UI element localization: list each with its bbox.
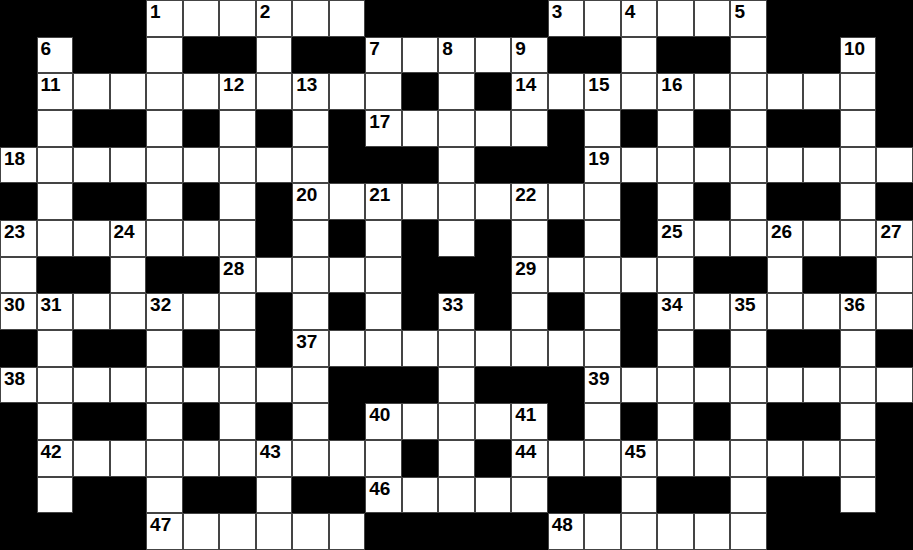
white-cell[interactable] bbox=[730, 440, 767, 477]
white-cell[interactable] bbox=[475, 330, 512, 367]
white-cell[interactable] bbox=[584, 330, 621, 367]
black-cell bbox=[876, 110, 913, 147]
white-cell[interactable] bbox=[475, 183, 512, 220]
white-cell[interactable] bbox=[73, 440, 110, 477]
white-cell[interactable]: 38 bbox=[0, 367, 37, 404]
white-cell[interactable]: 27 bbox=[876, 220, 913, 257]
white-cell[interactable] bbox=[219, 367, 256, 404]
white-cell[interactable] bbox=[438, 477, 475, 514]
black-cell bbox=[365, 513, 402, 550]
white-cell[interactable] bbox=[767, 147, 804, 184]
white-cell[interactable] bbox=[511, 330, 548, 367]
white-cell[interactable] bbox=[365, 440, 402, 477]
white-cell[interactable]: 6 bbox=[37, 37, 74, 74]
white-cell[interactable] bbox=[146, 147, 183, 184]
black-cell bbox=[621, 183, 658, 220]
white-cell[interactable] bbox=[730, 110, 767, 147]
white-cell[interactable]: 22 bbox=[511, 183, 548, 220]
white-cell[interactable]: 1 bbox=[146, 0, 183, 37]
white-cell[interactable] bbox=[219, 110, 256, 147]
white-cell[interactable]: 20 bbox=[292, 183, 329, 220]
black-cell bbox=[803, 183, 840, 220]
white-cell[interactable] bbox=[657, 513, 694, 550]
white-cell[interactable] bbox=[438, 330, 475, 367]
white-cell[interactable]: 11 bbox=[37, 73, 74, 110]
white-cell[interactable] bbox=[730, 330, 767, 367]
white-cell[interactable] bbox=[657, 440, 694, 477]
white-cell[interactable] bbox=[803, 367, 840, 404]
white-cell[interactable] bbox=[767, 257, 804, 294]
white-cell[interactable] bbox=[183, 440, 220, 477]
white-cell[interactable]: 15 bbox=[584, 73, 621, 110]
black-cell bbox=[110, 0, 147, 37]
white-cell[interactable] bbox=[548, 73, 585, 110]
white-cell[interactable] bbox=[730, 403, 767, 440]
clue-number: 7 bbox=[369, 39, 380, 58]
white-cell[interactable] bbox=[840, 110, 877, 147]
white-cell[interactable] bbox=[584, 293, 621, 330]
clue-number: 43 bbox=[260, 442, 281, 461]
white-cell[interactable] bbox=[803, 73, 840, 110]
white-cell[interactable] bbox=[840, 477, 877, 514]
clue-number: 5 bbox=[734, 2, 745, 21]
white-cell[interactable] bbox=[183, 220, 220, 257]
clue-number: 26 bbox=[771, 222, 792, 241]
white-cell[interactable]: 30 bbox=[0, 293, 37, 330]
white-cell[interactable] bbox=[803, 147, 840, 184]
white-cell[interactable]: 43 bbox=[256, 440, 293, 477]
black-cell bbox=[803, 513, 840, 550]
white-cell[interactable] bbox=[584, 440, 621, 477]
black-cell bbox=[803, 477, 840, 514]
white-cell[interactable] bbox=[767, 73, 804, 110]
white-cell[interactable] bbox=[584, 513, 621, 550]
white-cell[interactable] bbox=[548, 440, 585, 477]
white-cell[interactable] bbox=[621, 257, 658, 294]
white-cell[interactable] bbox=[730, 73, 767, 110]
white-cell[interactable] bbox=[730, 220, 767, 257]
white-cell[interactable] bbox=[402, 477, 439, 514]
white-cell[interactable] bbox=[584, 0, 621, 37]
black-cell bbox=[876, 73, 913, 110]
black-cell bbox=[803, 330, 840, 367]
white-cell[interactable] bbox=[256, 37, 293, 74]
white-cell[interactable] bbox=[183, 513, 220, 550]
black-cell bbox=[657, 477, 694, 514]
white-cell[interactable] bbox=[219, 513, 256, 550]
white-cell[interactable] bbox=[219, 330, 256, 367]
white-cell[interactable] bbox=[219, 0, 256, 37]
white-cell[interactable] bbox=[876, 293, 913, 330]
white-cell[interactable] bbox=[438, 73, 475, 110]
white-cell[interactable]: 18 bbox=[0, 147, 37, 184]
white-cell[interactable]: 17 bbox=[365, 110, 402, 147]
white-cell[interactable] bbox=[256, 513, 293, 550]
black-cell bbox=[37, 257, 74, 294]
white-cell[interactable] bbox=[840, 147, 877, 184]
black-cell bbox=[876, 513, 913, 550]
white-cell[interactable]: 3 bbox=[548, 0, 585, 37]
black-cell bbox=[110, 37, 147, 74]
white-cell[interactable] bbox=[657, 257, 694, 294]
black-cell bbox=[73, 183, 110, 220]
white-cell[interactable] bbox=[621, 477, 658, 514]
white-cell[interactable]: 41 bbox=[511, 403, 548, 440]
white-cell[interactable] bbox=[402, 37, 439, 74]
white-cell[interactable]: 44 bbox=[511, 440, 548, 477]
white-cell[interactable] bbox=[584, 110, 621, 147]
white-cell[interactable] bbox=[511, 293, 548, 330]
white-cell[interactable]: 5 bbox=[730, 0, 767, 37]
white-cell[interactable] bbox=[657, 110, 694, 147]
black-cell bbox=[475, 367, 512, 404]
white-cell[interactable] bbox=[730, 37, 767, 74]
black-cell bbox=[110, 403, 147, 440]
white-cell[interactable] bbox=[146, 477, 183, 514]
white-cell[interactable] bbox=[876, 257, 913, 294]
white-cell[interactable] bbox=[37, 110, 74, 147]
white-cell[interactable] bbox=[840, 73, 877, 110]
white-cell[interactable]: 19 bbox=[584, 147, 621, 184]
white-cell[interactable] bbox=[621, 37, 658, 74]
black-cell bbox=[183, 183, 220, 220]
clue-number: 25 bbox=[661, 222, 682, 241]
white-cell[interactable]: 8 bbox=[438, 37, 475, 74]
white-cell[interactable] bbox=[292, 403, 329, 440]
clue-number: 12 bbox=[223, 75, 244, 94]
white-cell[interactable] bbox=[657, 183, 694, 220]
white-cell[interactable] bbox=[840, 183, 877, 220]
white-cell[interactable] bbox=[840, 220, 877, 257]
black-cell bbox=[329, 110, 366, 147]
black-cell bbox=[767, 110, 804, 147]
white-cell[interactable] bbox=[365, 293, 402, 330]
white-cell[interactable] bbox=[438, 403, 475, 440]
white-cell[interactable]: 45 bbox=[621, 440, 658, 477]
white-cell[interactable]: 33 bbox=[438, 293, 475, 330]
clue-number: 24 bbox=[114, 222, 135, 241]
white-cell[interactable] bbox=[256, 73, 293, 110]
white-cell[interactable] bbox=[365, 220, 402, 257]
white-cell[interactable] bbox=[0, 257, 37, 294]
white-cell[interactable]: 26 bbox=[767, 220, 804, 257]
black-cell bbox=[876, 477, 913, 514]
clue-number: 45 bbox=[625, 442, 646, 461]
white-cell[interactable] bbox=[475, 110, 512, 147]
white-cell[interactable] bbox=[876, 147, 913, 184]
white-cell[interactable] bbox=[876, 367, 913, 404]
white-cell[interactable] bbox=[37, 367, 74, 404]
white-cell[interactable]: 13 bbox=[292, 73, 329, 110]
white-cell[interactable] bbox=[767, 293, 804, 330]
white-cell[interactable] bbox=[584, 220, 621, 257]
white-cell[interactable] bbox=[292, 440, 329, 477]
white-cell[interactable] bbox=[183, 293, 220, 330]
white-cell[interactable] bbox=[475, 403, 512, 440]
white-cell[interactable] bbox=[657, 330, 694, 367]
white-cell[interactable] bbox=[402, 403, 439, 440]
black-cell bbox=[840, 257, 877, 294]
white-cell[interactable]: 47 bbox=[146, 513, 183, 550]
black-cell bbox=[256, 403, 293, 440]
white-cell[interactable] bbox=[73, 73, 110, 110]
white-cell[interactable] bbox=[110, 73, 147, 110]
black-cell bbox=[73, 403, 110, 440]
white-cell[interactable] bbox=[146, 403, 183, 440]
white-cell[interactable] bbox=[292, 0, 329, 37]
white-cell[interactable]: 12 bbox=[219, 73, 256, 110]
white-cell[interactable] bbox=[694, 293, 731, 330]
white-cell[interactable] bbox=[292, 110, 329, 147]
white-cell[interactable] bbox=[511, 477, 548, 514]
white-cell[interactable] bbox=[292, 220, 329, 257]
clue-number: 23 bbox=[4, 222, 25, 241]
white-cell[interactable] bbox=[73, 293, 110, 330]
white-cell[interactable] bbox=[146, 110, 183, 147]
white-cell[interactable]: 48 bbox=[548, 513, 585, 550]
black-cell bbox=[0, 513, 37, 550]
white-cell[interactable]: 37 bbox=[292, 330, 329, 367]
white-cell[interactable] bbox=[438, 440, 475, 477]
white-cell[interactable] bbox=[146, 440, 183, 477]
white-cell[interactable] bbox=[329, 513, 366, 550]
white-cell[interactable] bbox=[584, 403, 621, 440]
white-cell[interactable] bbox=[621, 147, 658, 184]
white-cell[interactable] bbox=[292, 257, 329, 294]
white-cell[interactable]: 14 bbox=[511, 73, 548, 110]
white-cell[interactable] bbox=[694, 0, 731, 37]
white-cell[interactable] bbox=[840, 440, 877, 477]
white-cell[interactable] bbox=[730, 477, 767, 514]
black-cell bbox=[0, 477, 37, 514]
white-cell[interactable] bbox=[767, 440, 804, 477]
white-cell[interactable] bbox=[694, 367, 731, 404]
white-cell[interactable] bbox=[730, 367, 767, 404]
white-cell[interactable] bbox=[183, 73, 220, 110]
white-cell[interactable] bbox=[146, 220, 183, 257]
black-cell bbox=[402, 440, 439, 477]
white-cell[interactable] bbox=[438, 220, 475, 257]
white-cell[interactable] bbox=[438, 147, 475, 184]
white-cell[interactable]: 35 bbox=[730, 293, 767, 330]
white-cell[interactable] bbox=[329, 0, 366, 37]
clue-number: 40 bbox=[369, 405, 390, 424]
black-cell bbox=[767, 403, 804, 440]
white-cell[interactable]: 25 bbox=[657, 220, 694, 257]
white-cell[interactable] bbox=[256, 147, 293, 184]
white-cell[interactable] bbox=[256, 257, 293, 294]
white-cell[interactable]: 7 bbox=[365, 37, 402, 74]
black-cell bbox=[183, 330, 220, 367]
white-cell[interactable] bbox=[657, 367, 694, 404]
white-cell[interactable] bbox=[73, 220, 110, 257]
white-cell[interactable] bbox=[694, 513, 731, 550]
white-cell[interactable] bbox=[183, 0, 220, 37]
white-cell[interactable] bbox=[329, 440, 366, 477]
white-cell[interactable] bbox=[584, 257, 621, 294]
black-cell bbox=[621, 403, 658, 440]
white-cell[interactable] bbox=[365, 330, 402, 367]
white-cell[interactable]: 29 bbox=[511, 257, 548, 294]
white-cell[interactable] bbox=[219, 220, 256, 257]
white-cell[interactable] bbox=[475, 477, 512, 514]
white-cell[interactable] bbox=[840, 403, 877, 440]
white-cell[interactable] bbox=[694, 440, 731, 477]
white-cell[interactable] bbox=[402, 330, 439, 367]
white-cell[interactable] bbox=[548, 257, 585, 294]
white-cell[interactable]: 10 bbox=[840, 37, 877, 74]
white-cell[interactable] bbox=[292, 147, 329, 184]
white-cell[interactable] bbox=[219, 440, 256, 477]
white-cell[interactable]: 40 bbox=[365, 403, 402, 440]
clue-number: 4 bbox=[625, 2, 636, 21]
white-cell[interactable] bbox=[292, 293, 329, 330]
white-cell[interactable] bbox=[840, 330, 877, 367]
white-cell[interactable] bbox=[110, 257, 147, 294]
black-cell bbox=[548, 477, 585, 514]
black-cell bbox=[876, 37, 913, 74]
white-cell[interactable] bbox=[73, 147, 110, 184]
black-cell bbox=[475, 147, 512, 184]
white-cell[interactable] bbox=[329, 73, 366, 110]
white-cell[interactable] bbox=[694, 220, 731, 257]
clue-number: 1 bbox=[150, 2, 161, 21]
white-cell[interactable]: 31 bbox=[37, 293, 74, 330]
white-cell[interactable] bbox=[146, 330, 183, 367]
white-cell[interactable] bbox=[146, 183, 183, 220]
white-cell[interactable] bbox=[438, 183, 475, 220]
black-cell bbox=[730, 257, 767, 294]
white-cell[interactable] bbox=[803, 440, 840, 477]
clue-number: 2 bbox=[260, 2, 271, 21]
black-cell bbox=[548, 403, 585, 440]
white-cell[interactable]: 21 bbox=[365, 183, 402, 220]
white-cell[interactable] bbox=[438, 367, 475, 404]
white-cell[interactable] bbox=[767, 367, 804, 404]
white-cell[interactable] bbox=[402, 183, 439, 220]
white-cell[interactable] bbox=[219, 403, 256, 440]
white-cell[interactable] bbox=[292, 513, 329, 550]
white-cell[interactable] bbox=[730, 183, 767, 220]
white-cell[interactable]: 28 bbox=[219, 257, 256, 294]
white-cell[interactable] bbox=[402, 110, 439, 147]
white-cell[interactable] bbox=[110, 147, 147, 184]
white-cell[interactable] bbox=[548, 330, 585, 367]
white-cell[interactable] bbox=[37, 220, 74, 257]
white-cell[interactable] bbox=[548, 183, 585, 220]
black-cell bbox=[402, 220, 439, 257]
white-cell[interactable] bbox=[219, 293, 256, 330]
clue-number: 28 bbox=[223, 259, 244, 278]
white-cell[interactable]: 24 bbox=[110, 220, 147, 257]
clue-number: 37 bbox=[296, 332, 317, 351]
white-cell[interactable] bbox=[803, 220, 840, 257]
white-cell[interactable]: 32 bbox=[146, 293, 183, 330]
white-cell[interactable] bbox=[292, 367, 329, 404]
white-cell[interactable] bbox=[730, 513, 767, 550]
white-cell[interactable]: 36 bbox=[840, 293, 877, 330]
black-cell bbox=[0, 0, 37, 37]
white-cell[interactable]: 16 bbox=[657, 73, 694, 110]
white-cell[interactable] bbox=[329, 330, 366, 367]
white-cell[interactable]: 23 bbox=[0, 220, 37, 257]
white-cell[interactable] bbox=[37, 477, 74, 514]
white-cell[interactable] bbox=[110, 440, 147, 477]
white-cell[interactable] bbox=[146, 73, 183, 110]
clue-number: 35 bbox=[734, 295, 755, 314]
white-cell[interactable] bbox=[256, 367, 293, 404]
white-cell[interactable] bbox=[37, 330, 74, 367]
white-cell[interactable] bbox=[657, 403, 694, 440]
white-cell[interactable] bbox=[511, 220, 548, 257]
white-cell[interactable] bbox=[256, 477, 293, 514]
white-cell[interactable] bbox=[219, 147, 256, 184]
white-cell[interactable]: 2 bbox=[256, 0, 293, 37]
white-cell[interactable] bbox=[803, 293, 840, 330]
white-cell[interactable] bbox=[621, 367, 658, 404]
black-cell bbox=[219, 477, 256, 514]
black-cell bbox=[840, 513, 877, 550]
white-cell[interactable]: 42 bbox=[37, 440, 74, 477]
black-cell bbox=[548, 147, 585, 184]
black-cell bbox=[183, 257, 220, 294]
white-cell[interactable] bbox=[511, 110, 548, 147]
white-cell[interactable]: 39 bbox=[584, 367, 621, 404]
black-cell bbox=[329, 220, 366, 257]
white-cell[interactable] bbox=[621, 73, 658, 110]
white-cell[interactable] bbox=[365, 257, 402, 294]
white-cell[interactable] bbox=[329, 183, 366, 220]
white-cell[interactable] bbox=[475, 37, 512, 74]
white-cell[interactable] bbox=[183, 367, 220, 404]
white-cell[interactable] bbox=[146, 37, 183, 74]
clue-number: 22 bbox=[515, 185, 536, 204]
white-cell[interactable] bbox=[657, 147, 694, 184]
white-cell[interactable] bbox=[694, 147, 731, 184]
white-cell[interactable] bbox=[73, 367, 110, 404]
black-cell bbox=[256, 110, 293, 147]
white-cell[interactable] bbox=[37, 183, 74, 220]
white-cell[interactable]: 4 bbox=[621, 0, 658, 37]
black-cell bbox=[183, 110, 220, 147]
white-cell[interactable] bbox=[329, 257, 366, 294]
clue-number: 13 bbox=[296, 75, 317, 94]
white-cell[interactable] bbox=[110, 293, 147, 330]
white-cell[interactable] bbox=[840, 367, 877, 404]
white-cell[interactable] bbox=[365, 73, 402, 110]
white-cell[interactable] bbox=[730, 147, 767, 184]
white-cell[interactable]: 9 bbox=[511, 37, 548, 74]
white-cell[interactable] bbox=[37, 147, 74, 184]
white-cell[interactable]: 34 bbox=[657, 293, 694, 330]
black-cell bbox=[365, 0, 402, 37]
white-cell[interactable] bbox=[657, 0, 694, 37]
white-cell[interactable] bbox=[219, 183, 256, 220]
white-cell[interactable] bbox=[694, 73, 731, 110]
white-cell[interactable]: 46 bbox=[365, 477, 402, 514]
white-cell[interactable] bbox=[146, 367, 183, 404]
clue-number: 31 bbox=[41, 295, 62, 314]
black-cell bbox=[365, 367, 402, 404]
white-cell[interactable] bbox=[183, 147, 220, 184]
clue-number: 15 bbox=[588, 75, 609, 94]
white-cell[interactable] bbox=[37, 403, 74, 440]
white-cell[interactable] bbox=[438, 110, 475, 147]
white-cell[interactable] bbox=[621, 513, 658, 550]
white-cell[interactable] bbox=[584, 183, 621, 220]
white-cell[interactable] bbox=[110, 367, 147, 404]
black-cell bbox=[876, 330, 913, 367]
